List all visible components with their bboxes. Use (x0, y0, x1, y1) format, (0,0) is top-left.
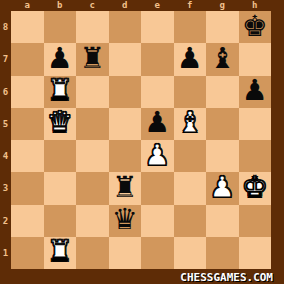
piece-black-king[interactable]: ♚ (242, 12, 268, 41)
rank-label-6: 6 (0, 76, 11, 108)
board-frame: abcdefgh 87654321 ♚♟♜♟♝♜♟♛♟♝♟♜♟♚♛♜ CHESS… (0, 0, 284, 284)
square-c7[interactable]: ♜ (76, 43, 109, 75)
square-a7[interactable] (11, 43, 44, 75)
square-c4[interactable] (76, 140, 109, 172)
square-h7[interactable] (239, 43, 272, 75)
square-b3[interactable] (44, 172, 77, 204)
square-f1[interactable] (174, 237, 207, 269)
square-c5[interactable] (76, 108, 109, 140)
square-d6[interactable] (109, 76, 142, 108)
square-c1[interactable] (76, 237, 109, 269)
piece-white-pawn[interactable]: ♟ (144, 141, 170, 170)
square-f7[interactable]: ♟ (174, 43, 207, 75)
square-a4[interactable] (11, 140, 44, 172)
square-b5[interactable]: ♛ (44, 108, 77, 140)
square-g5[interactable] (206, 108, 239, 140)
square-d4[interactable] (109, 140, 142, 172)
square-g2[interactable] (206, 205, 239, 237)
square-b7[interactable]: ♟ (44, 43, 77, 75)
rank-label-3: 3 (0, 172, 11, 204)
piece-black-pawn[interactable]: ♟ (177, 44, 203, 73)
square-f3[interactable] (174, 172, 207, 204)
square-d5[interactable] (109, 108, 142, 140)
square-f5[interactable]: ♝ (174, 108, 207, 140)
piece-black-pawn[interactable]: ♟ (242, 76, 268, 105)
piece-black-pawn[interactable]: ♟ (144, 108, 170, 137)
rank-labels: 87654321 (0, 11, 11, 269)
piece-black-queen[interactable]: ♛ (112, 205, 138, 234)
file-labels: abcdefgh (11, 0, 271, 11)
square-g8[interactable] (206, 11, 239, 43)
square-a8[interactable] (11, 11, 44, 43)
file-label-e: e (141, 0, 174, 11)
square-a3[interactable] (11, 172, 44, 204)
file-label-f: f (174, 0, 207, 11)
square-e6[interactable] (141, 76, 174, 108)
square-e1[interactable] (141, 237, 174, 269)
file-label-b: b (44, 0, 77, 11)
square-b6[interactable]: ♜ (44, 76, 77, 108)
square-g7[interactable]: ♝ (206, 43, 239, 75)
rank-label-5: 5 (0, 108, 11, 140)
square-f4[interactable] (174, 140, 207, 172)
square-e4[interactable]: ♟ (141, 140, 174, 172)
piece-black-bishop[interactable]: ♝ (209, 44, 235, 73)
file-label-d: d (109, 0, 142, 11)
chess-board: ♚♟♜♟♝♜♟♛♟♝♟♜♟♚♛♜ (11, 11, 271, 269)
piece-black-rook[interactable]: ♜ (79, 44, 105, 73)
square-g3[interactable]: ♟ (206, 172, 239, 204)
square-e3[interactable] (141, 172, 174, 204)
square-a1[interactable] (11, 237, 44, 269)
square-e8[interactable] (141, 11, 174, 43)
piece-white-king[interactable]: ♚ (242, 173, 268, 202)
square-h6[interactable]: ♟ (239, 76, 272, 108)
rank-label-1: 1 (0, 237, 11, 269)
square-g1[interactable] (206, 237, 239, 269)
square-f8[interactable] (174, 11, 207, 43)
square-b2[interactable] (44, 205, 77, 237)
file-label-a: a (11, 0, 44, 11)
square-h2[interactable] (239, 205, 272, 237)
file-label-c: c (76, 0, 109, 11)
rank-label-7: 7 (0, 43, 11, 75)
square-h4[interactable] (239, 140, 272, 172)
square-a5[interactable] (11, 108, 44, 140)
square-e2[interactable] (141, 205, 174, 237)
square-c8[interactable] (76, 11, 109, 43)
square-b4[interactable] (44, 140, 77, 172)
square-a2[interactable] (11, 205, 44, 237)
piece-white-bishop[interactable]: ♝ (177, 108, 203, 137)
square-d7[interactable] (109, 43, 142, 75)
square-h1[interactable] (239, 237, 272, 269)
square-b8[interactable] (44, 11, 77, 43)
site-watermark: CHESSGAMES.COM (180, 271, 273, 284)
rank-label-8: 8 (0, 11, 11, 43)
square-c6[interactable] (76, 76, 109, 108)
piece-white-queen[interactable]: ♛ (47, 108, 73, 137)
square-h3[interactable]: ♚ (239, 172, 272, 204)
square-d2[interactable]: ♛ (109, 205, 142, 237)
square-b1[interactable]: ♜ (44, 237, 77, 269)
piece-white-pawn[interactable]: ♟ (209, 173, 235, 202)
square-c3[interactable] (76, 172, 109, 204)
piece-white-rook[interactable]: ♜ (47, 237, 73, 266)
square-c2[interactable] (76, 205, 109, 237)
square-g6[interactable] (206, 76, 239, 108)
square-f6[interactable] (174, 76, 207, 108)
rank-label-4: 4 (0, 140, 11, 172)
square-a6[interactable] (11, 76, 44, 108)
square-e5[interactable]: ♟ (141, 108, 174, 140)
square-f2[interactable] (174, 205, 207, 237)
rank-label-2: 2 (0, 205, 11, 237)
square-g4[interactable] (206, 140, 239, 172)
square-h5[interactable] (239, 108, 272, 140)
square-e7[interactable] (141, 43, 174, 75)
piece-white-rook[interactable]: ♜ (47, 76, 73, 105)
square-d3[interactable]: ♜ (109, 172, 142, 204)
piece-black-rook[interactable]: ♜ (112, 173, 138, 202)
square-d1[interactable] (109, 237, 142, 269)
square-d8[interactable] (109, 11, 142, 43)
square-h8[interactable]: ♚ (239, 11, 272, 43)
piece-black-pawn[interactable]: ♟ (47, 44, 73, 73)
file-label-g: g (206, 0, 239, 11)
